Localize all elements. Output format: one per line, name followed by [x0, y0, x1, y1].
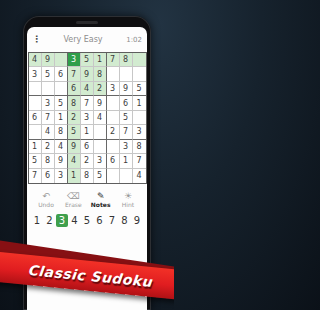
sudoku-cell-r3c4[interactable]: 6 — [68, 82, 81, 96]
app-header: ⋮ Very Easy 1:02 — [27, 31, 147, 48]
sudoku-cell-r1c7[interactable]: 7 — [107, 53, 120, 67]
sudoku-cell-r7c3[interactable]: 4 — [55, 140, 68, 154]
sudoku-cell-r3c1[interactable] — [29, 82, 42, 96]
sudoku-cell-r3c6[interactable]: 2 — [94, 82, 107, 96]
notes-label: Notes — [89, 201, 113, 208]
sudoku-cell-r1c6[interactable]: 1 — [94, 53, 107, 67]
sudoku-cell-r3c2[interactable] — [42, 82, 55, 96]
numpad-digit-8[interactable]: 8 — [119, 214, 131, 227]
sudoku-cell-r2c1[interactable]: 3 — [29, 67, 42, 81]
sudoku-cell-r2c3[interactable]: 6 — [55, 67, 68, 81]
sudoku-cell-r4c1[interactable] — [29, 96, 42, 110]
sudoku-cell-r7c5[interactable]: 6 — [81, 140, 94, 154]
sudoku-cell-r6c4[interactable]: 5 — [68, 125, 81, 139]
sudoku-cell-r7c6[interactable] — [94, 140, 107, 154]
phone-speaker — [76, 21, 98, 24]
sudoku-cell-r7c4[interactable]: 9 — [68, 140, 81, 154]
sudoku-cell-r9c4[interactable]: 1 — [68, 169, 81, 183]
undo-label: Undo — [34, 201, 58, 208]
sudoku-cell-r5c7[interactable] — [107, 111, 120, 125]
sudoku-cell-r1c4[interactable]: 3 — [68, 53, 81, 67]
sudoku-cell-r1c2[interactable]: 9 — [42, 53, 55, 67]
sudoku-cell-r4c2[interactable]: 3 — [42, 96, 55, 110]
undo-button[interactable]: ↶ Undo — [34, 191, 58, 208]
sudoku-cell-r9c2[interactable]: 6 — [42, 169, 55, 183]
banner-text: Classic Sudoku — [27, 262, 153, 290]
sudoku-cell-r2c2[interactable]: 5 — [42, 67, 55, 81]
sudoku-cell-r6c6[interactable] — [94, 125, 107, 139]
sudoku-cell-r1c9[interactable] — [133, 53, 146, 67]
sudoku-cell-r6c3[interactable]: 8 — [55, 125, 68, 139]
sudoku-cell-r8c9[interactable]: 7 — [133, 154, 146, 168]
sudoku-cell-r5c3[interactable]: 1 — [55, 111, 68, 125]
sudoku-cell-r8c3[interactable]: 9 — [55, 154, 68, 168]
numpad-digit-5[interactable]: 5 — [81, 214, 93, 227]
sudoku-cell-r5c5[interactable]: 3 — [81, 111, 94, 125]
sudoku-cell-r5c9[interactable] — [133, 111, 146, 125]
sudoku-cell-r9c5[interactable]: 8 — [81, 169, 94, 183]
numpad-digit-9[interactable]: 9 — [131, 214, 143, 227]
sudoku-cell-r6c8[interactable]: 7 — [120, 125, 133, 139]
sudoku-cell-r5c1[interactable]: 6 — [29, 111, 42, 125]
hint-label: Hint — [116, 201, 140, 208]
sudoku-cell-r4c4[interactable]: 8 — [68, 96, 81, 110]
sudoku-cell-r3c7[interactable]: 3 — [107, 82, 120, 96]
sudoku-cell-r2c5[interactable]: 9 — [81, 67, 94, 81]
sudoku-cell-r8c7[interactable]: 6 — [107, 154, 120, 168]
sudoku-cell-r1c5[interactable]: 5 — [81, 53, 94, 67]
sudoku-cell-r5c8[interactable]: 5 — [120, 111, 133, 125]
sudoku-cell-r1c3[interactable] — [55, 53, 68, 67]
numpad-digit-1[interactable]: 1 — [31, 214, 43, 227]
undo-icon: ↶ — [34, 191, 58, 201]
difficulty-title: Very Easy — [42, 35, 124, 44]
sudoku-cell-r6c9[interactable]: 3 — [133, 125, 146, 139]
sudoku-cell-r4c6[interactable]: 9 — [94, 96, 107, 110]
sudoku-cell-r7c8[interactable]: 3 — [120, 140, 133, 154]
sudoku-board: 4935178356798642395358796167123454851273… — [28, 52, 147, 184]
sudoku-cell-r9c7[interactable] — [107, 169, 120, 183]
sudoku-cell-r4c8[interactable]: 6 — [120, 96, 133, 110]
game-timer: 1:02 — [124, 36, 142, 44]
sudoku-cell-r7c1[interactable]: 1 — [29, 140, 42, 154]
hint-bulb-icon: ☀ — [116, 191, 140, 201]
sudoku-cell-r9c8[interactable] — [120, 169, 133, 183]
sudoku-cell-r9c9[interactable]: 4 — [133, 169, 146, 183]
sudoku-cell-r8c2[interactable]: 8 — [42, 154, 55, 168]
sudoku-cell-r5c2[interactable]: 7 — [42, 111, 55, 125]
sudoku-cell-r8c1[interactable]: 5 — [29, 154, 42, 168]
sudoku-cell-r8c4[interactable]: 4 — [68, 154, 81, 168]
sudoku-cell-r1c1[interactable]: 4 — [29, 53, 42, 67]
sudoku-cell-r2c7[interactable] — [107, 67, 120, 81]
sudoku-cell-r8c6[interactable]: 3 — [94, 154, 107, 168]
sudoku-cell-r9c3[interactable]: 3 — [55, 169, 68, 183]
numpad-digit-3[interactable]: 3 — [56, 214, 68, 227]
sudoku-cell-r3c8[interactable]: 9 — [120, 82, 133, 96]
sudoku-cell-r2c4[interactable]: 7 — [68, 67, 81, 81]
notes-pencil-icon: ✎ — [89, 191, 113, 201]
sudoku-cell-r5c6[interactable]: 4 — [94, 111, 107, 125]
numpad-digit-2[interactable]: 2 — [44, 214, 56, 227]
sudoku-cell-r9c6[interactable]: 5 — [94, 169, 107, 183]
sudoku-cell-r6c5[interactable]: 1 — [81, 125, 94, 139]
sudoku-cell-r2c8[interactable] — [120, 67, 133, 81]
notes-button[interactable]: ✎ Notes — [89, 191, 113, 208]
erase-icon: ⌫ — [61, 191, 85, 201]
sudoku-cell-r3c9[interactable]: 5 — [133, 82, 146, 96]
number-pad: 123456789 — [27, 214, 147, 227]
sudoku-cell-r6c2[interactable]: 4 — [42, 125, 55, 139]
hint-button[interactable]: ☀ Hint — [116, 191, 140, 208]
numpad-digit-6[interactable]: 6 — [94, 214, 106, 227]
sudoku-cell-r3c5[interactable]: 4 — [81, 82, 94, 96]
action-toolbar: ↶ Undo ⌫ Erase ✎ Notes ☀ Hint — [27, 191, 147, 208]
sudoku-cell-r7c2[interactable]: 2 — [42, 140, 55, 154]
sudoku-cell-r7c9[interactable]: 8 — [133, 140, 146, 154]
sudoku-cell-r3c3[interactable] — [55, 82, 68, 96]
sudoku-cell-r6c1[interactable] — [29, 125, 42, 139]
sudoku-cell-r4c9[interactable]: 1 — [133, 96, 146, 110]
sudoku-cell-r4c5[interactable]: 7 — [81, 96, 94, 110]
sudoku-cell-r4c7[interactable] — [107, 96, 120, 110]
sudoku-cell-r1c8[interactable]: 8 — [120, 53, 133, 67]
sudoku-cell-r7c7[interactable] — [107, 140, 120, 154]
sudoku-cell-r5c4[interactable]: 2 — [68, 111, 81, 125]
sudoku-cell-r2c6[interactable]: 8 — [94, 67, 107, 81]
sudoku-cell-r9c1[interactable]: 7 — [29, 169, 42, 183]
sudoku-cell-r8c5[interactable]: 2 — [81, 154, 94, 168]
sudoku-cell-r6c7[interactable]: 2 — [107, 125, 120, 139]
numpad-digit-7[interactable]: 7 — [106, 214, 118, 227]
erase-label: Erase — [61, 201, 85, 208]
sudoku-cell-r4c3[interactable]: 5 — [55, 96, 68, 110]
numpad-digit-4[interactable]: 4 — [69, 214, 81, 227]
kebab-menu-icon[interactable]: ⋮ — [32, 35, 42, 44]
sudoku-cell-r8c8[interactable]: 1 — [120, 154, 133, 168]
sudoku-cell-r2c9[interactable] — [133, 67, 146, 81]
erase-button[interactable]: ⌫ Erase — [61, 191, 85, 208]
